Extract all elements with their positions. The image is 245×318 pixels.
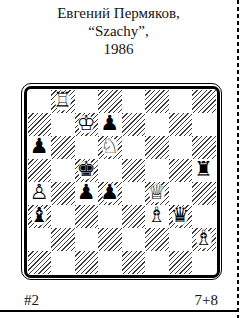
square-e3 bbox=[122, 205, 146, 228]
square-e2 bbox=[122, 228, 146, 251]
white-bishop-h2: ♗ bbox=[194, 227, 213, 250]
white-bishop-f3: ♗ bbox=[147, 204, 166, 227]
square-b5 bbox=[51, 159, 75, 182]
author-line: Евгений Пермяков, bbox=[0, 4, 237, 22]
square-a1 bbox=[28, 251, 52, 274]
square-b6 bbox=[51, 136, 75, 159]
square-e1 bbox=[122, 251, 146, 274]
square-h4 bbox=[192, 182, 216, 205]
square-c4: ♟ bbox=[75, 182, 99, 205]
table-rule-bottom bbox=[0, 310, 237, 312]
square-c5: ♚ bbox=[75, 159, 99, 182]
table-rule-right-dashed bbox=[237, 0, 239, 318]
square-h3 bbox=[192, 205, 216, 228]
white-pawn-a4: ♙ bbox=[30, 181, 49, 204]
board-grid: ♖♔♟♟♘♚♜♙♟♟♕♝♗♛♗ bbox=[28, 90, 216, 274]
square-g2 bbox=[169, 228, 193, 251]
white-knight-d6: ♘ bbox=[100, 135, 119, 158]
square-e8 bbox=[122, 90, 146, 113]
black-rook-h5: ♜ bbox=[194, 158, 213, 181]
square-d3 bbox=[98, 205, 122, 228]
square-e6 bbox=[122, 136, 146, 159]
square-h8 bbox=[192, 90, 216, 113]
white-queen-f4: ♕ bbox=[147, 181, 166, 204]
square-d7: ♟ bbox=[98, 113, 122, 136]
source-line: “Szachy”, bbox=[0, 22, 237, 40]
square-d4: ♟ bbox=[98, 182, 122, 205]
stipulation-label: #2 bbox=[24, 292, 39, 309]
year-line: 1986 bbox=[0, 40, 237, 58]
black-queen-g3: ♛ bbox=[171, 204, 190, 227]
square-a8 bbox=[28, 90, 52, 113]
square-b7 bbox=[51, 113, 75, 136]
square-f5 bbox=[145, 159, 169, 182]
white-rook-b8: ♖ bbox=[53, 89, 72, 112]
square-h5: ♜ bbox=[192, 159, 216, 182]
square-c7: ♔ bbox=[75, 113, 99, 136]
square-c2 bbox=[75, 228, 99, 251]
square-d6: ♘ bbox=[98, 136, 122, 159]
square-e4 bbox=[122, 182, 146, 205]
square-h7 bbox=[192, 113, 216, 136]
square-f7 bbox=[145, 113, 169, 136]
square-g4 bbox=[169, 182, 193, 205]
square-g7 bbox=[169, 113, 193, 136]
caption-row: #2 7+8 bbox=[0, 292, 237, 309]
square-f1 bbox=[145, 251, 169, 274]
problem-header: Евгений Пермяков, “Szachy”, 1986 bbox=[0, 4, 237, 58]
square-c8 bbox=[75, 90, 99, 113]
black-pawn-d4: ♟ bbox=[100, 181, 119, 204]
square-d2 bbox=[98, 228, 122, 251]
square-a6: ♟ bbox=[28, 136, 52, 159]
square-f8 bbox=[145, 90, 169, 113]
square-f4: ♕ bbox=[145, 182, 169, 205]
chess-board-inner-frame: ♖♔♟♟♘♚♜♙♟♟♕♝♗♛♗ bbox=[24, 86, 220, 278]
square-e7 bbox=[122, 113, 146, 136]
square-c3 bbox=[75, 205, 99, 228]
square-h1 bbox=[192, 251, 216, 274]
material-count-label: 7+8 bbox=[195, 292, 218, 309]
square-b8: ♖ bbox=[51, 90, 75, 113]
square-d8 bbox=[98, 90, 122, 113]
square-f2 bbox=[145, 228, 169, 251]
square-d5 bbox=[98, 159, 122, 182]
square-a7 bbox=[28, 113, 52, 136]
square-a5 bbox=[28, 159, 52, 182]
square-a2 bbox=[28, 228, 52, 251]
square-d1 bbox=[98, 251, 122, 274]
square-a4: ♙ bbox=[28, 182, 52, 205]
black-pawn-c4: ♟ bbox=[77, 181, 96, 204]
square-a3: ♝ bbox=[28, 205, 52, 228]
square-b2 bbox=[51, 228, 75, 251]
chess-board: ♖♔♟♟♘♚♜♙♟♟♕♝♗♛♗ bbox=[21, 83, 222, 280]
black-pawn-d7: ♟ bbox=[100, 112, 119, 135]
square-e5 bbox=[122, 159, 146, 182]
square-f3: ♗ bbox=[145, 205, 169, 228]
square-b3 bbox=[51, 205, 75, 228]
square-g1 bbox=[169, 251, 193, 274]
square-h6 bbox=[192, 136, 216, 159]
square-g6 bbox=[169, 136, 193, 159]
square-c6 bbox=[75, 136, 99, 159]
square-b1 bbox=[51, 251, 75, 274]
white-king-c7: ♔ bbox=[77, 112, 96, 135]
square-h2: ♗ bbox=[192, 228, 216, 251]
square-g3: ♛ bbox=[169, 205, 193, 228]
square-f6 bbox=[145, 136, 169, 159]
square-c1 bbox=[75, 251, 99, 274]
square-b4 bbox=[51, 182, 75, 205]
square-g5 bbox=[169, 159, 193, 182]
black-king-c5: ♚ bbox=[77, 158, 96, 181]
black-pawn-a6: ♟ bbox=[30, 135, 49, 158]
square-g8 bbox=[169, 90, 193, 113]
black-bishop-a3: ♝ bbox=[30, 204, 49, 227]
